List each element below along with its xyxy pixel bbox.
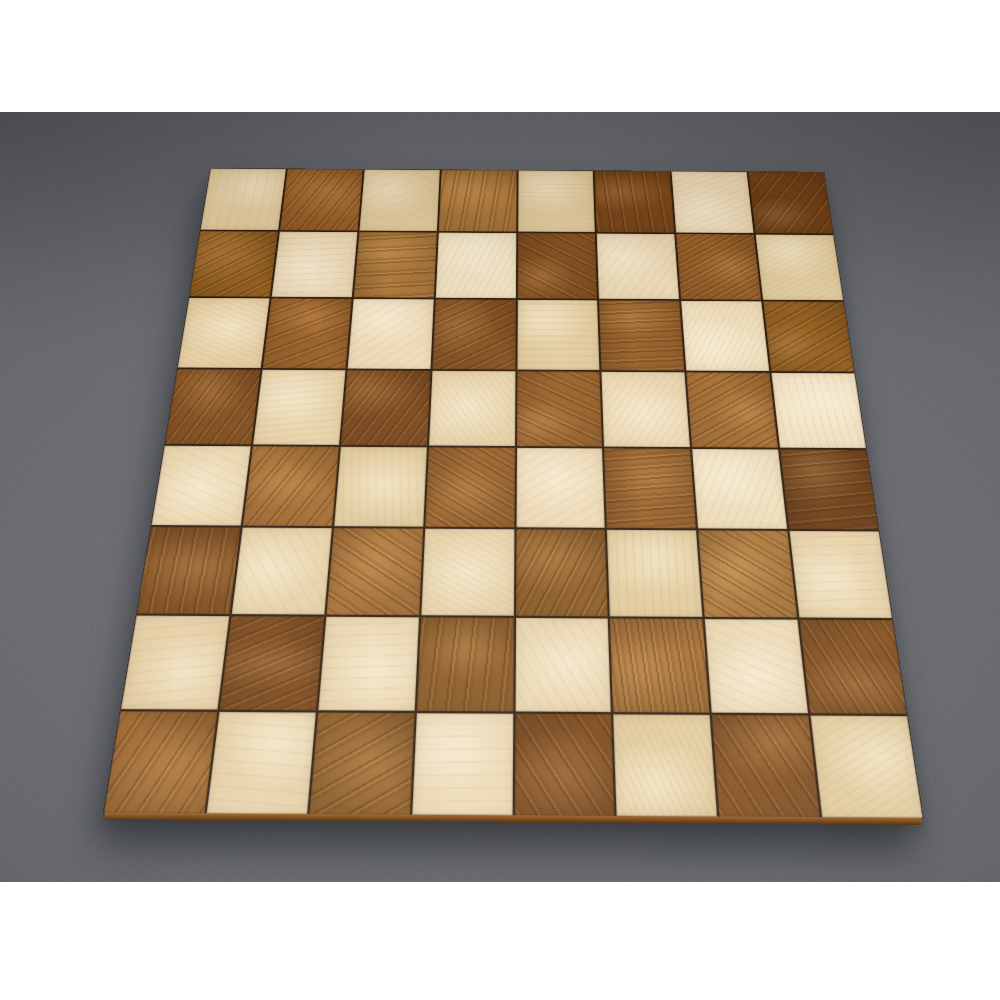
- square-f5: [601, 371, 689, 446]
- square-f2: [610, 618, 709, 712]
- square-c4: [333, 446, 426, 527]
- square-g5: [686, 371, 777, 446]
- square-d7: [435, 232, 515, 298]
- square-b3: [231, 527, 331, 614]
- square-e2: [515, 618, 611, 712]
- square-a6: [177, 297, 269, 367]
- square-b2: [219, 616, 323, 710]
- square-a4: [151, 445, 250, 526]
- product-photo: [0, 0, 1000, 1000]
- square-c5: [340, 369, 429, 444]
- square-e1: [514, 713, 614, 815]
- square-g6: [681, 300, 769, 370]
- square-h1: [810, 715, 922, 817]
- square-g1: [712, 715, 820, 817]
- square-e6: [516, 299, 599, 369]
- square-d6: [432, 299, 515, 369]
- square-g8: [671, 171, 753, 233]
- board-grid: [103, 168, 922, 817]
- square-g7: [676, 233, 761, 299]
- square-b8: [279, 169, 362, 230]
- square-g2: [705, 619, 808, 713]
- square-d2: [416, 617, 513, 711]
- board-plane: [103, 168, 922, 817]
- square-b6: [262, 298, 351, 368]
- square-c6: [347, 298, 433, 368]
- square-a2: [121, 615, 229, 709]
- square-f6: [599, 300, 684, 370]
- square-b7: [271, 231, 357, 297]
- square-f8: [594, 170, 674, 231]
- square-d8: [438, 170, 516, 231]
- square-d5: [428, 370, 514, 445]
- square-e8: [517, 170, 594, 231]
- square-a7: [189, 231, 277, 297]
- square-h7: [755, 234, 843, 300]
- square-h3: [789, 531, 891, 618]
- square-h4: [780, 449, 878, 530]
- square-h2: [799, 619, 906, 713]
- square-f4: [604, 447, 696, 528]
- slate-backdrop: [0, 112, 1000, 882]
- square-b1: [206, 712, 315, 814]
- square-e7: [517, 232, 597, 298]
- square-d1: [411, 713, 512, 815]
- square-f1: [613, 714, 717, 816]
- square-b5: [252, 369, 344, 444]
- square-f7: [597, 233, 679, 299]
- square-c1: [309, 712, 414, 814]
- square-a8: [200, 168, 285, 229]
- square-h6: [763, 301, 854, 371]
- square-a1: [103, 711, 216, 813]
- square-d4: [424, 446, 514, 527]
- square-f3: [607, 530, 702, 617]
- square-c3: [326, 528, 423, 615]
- square-h5: [771, 372, 865, 447]
- square-d3: [420, 529, 513, 616]
- square-a5: [165, 368, 260, 443]
- square-e3: [515, 529, 608, 616]
- square-c7: [353, 232, 436, 298]
- square-e5: [516, 370, 602, 445]
- square-b4: [242, 445, 338, 526]
- square-a3: [136, 527, 239, 614]
- square-c8: [359, 169, 439, 230]
- square-g4: [692, 448, 787, 529]
- square-h8: [748, 171, 832, 233]
- square-e4: [516, 447, 605, 528]
- square-c2: [318, 616, 419, 710]
- square-g3: [698, 530, 797, 617]
